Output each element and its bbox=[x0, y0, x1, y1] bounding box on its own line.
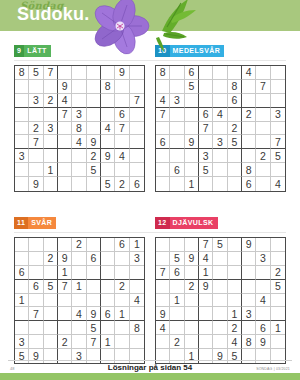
sudoku-cell[interactable] bbox=[271, 66, 285, 80]
sudoku-cell[interactable]: 8 bbox=[156, 66, 170, 80]
sudoku-cell[interactable] bbox=[213, 80, 227, 94]
sudoku-cell[interactable] bbox=[213, 321, 227, 335]
sudoku-cell[interactable] bbox=[156, 335, 170, 349]
sudoku-cell[interactable] bbox=[101, 294, 115, 308]
sudoku-cell[interactable] bbox=[29, 238, 43, 252]
sudoku-cell[interactable]: 1 bbox=[15, 294, 29, 308]
sudoku-cell[interactable]: 9 bbox=[101, 149, 115, 163]
sudoku-cell[interactable]: 9 bbox=[87, 135, 101, 149]
sudoku-cell[interactable]: 4 bbox=[213, 108, 227, 122]
sudoku-cell[interactable]: 1 bbox=[101, 335, 115, 349]
sudoku-cell[interactable] bbox=[228, 280, 242, 294]
sudoku-cell[interactable] bbox=[15, 321, 29, 335]
sudoku-cell[interactable]: 3 bbox=[130, 252, 144, 266]
sudoku-cell[interactable]: 2 bbox=[29, 122, 43, 136]
sudoku-cell[interactable]: 9 bbox=[87, 307, 101, 321]
sudoku-cell[interactable] bbox=[29, 266, 43, 280]
sudoku-cell[interactable]: 1 bbox=[228, 307, 242, 321]
sudoku-cell[interactable] bbox=[101, 163, 115, 177]
sudoku-cell[interactable] bbox=[156, 149, 170, 163]
sudoku-cell[interactable] bbox=[115, 335, 129, 349]
sudoku-cell[interactable] bbox=[242, 266, 256, 280]
sudoku-cell[interactable] bbox=[115, 294, 129, 308]
sudoku-cell[interactable] bbox=[15, 163, 29, 177]
sudoku-cell[interactable] bbox=[185, 238, 199, 252]
sudoku-cell[interactable]: 7 bbox=[271, 135, 285, 149]
sudoku-cell[interactable]: 1 bbox=[72, 280, 86, 294]
sudoku-cell[interactable] bbox=[228, 177, 242, 191]
sudoku-cell[interactable] bbox=[228, 163, 242, 177]
sudoku-cell[interactable]: 1 bbox=[130, 238, 144, 252]
sudoku-cell[interactable]: 5 bbox=[271, 280, 285, 294]
sudoku-cell[interactable] bbox=[228, 149, 242, 163]
sudoku-cell[interactable] bbox=[72, 149, 86, 163]
sudoku-cell[interactable]: 2 bbox=[115, 280, 129, 294]
sudoku-cell[interactable] bbox=[156, 80, 170, 94]
sudoku-cell[interactable]: 6 bbox=[29, 280, 43, 294]
sudoku-cell[interactable]: 7 bbox=[29, 135, 43, 149]
sudoku-cell[interactable]: 1 bbox=[170, 294, 184, 308]
sudoku-cell[interactable]: 3 bbox=[271, 108, 285, 122]
sudoku-cell[interactable] bbox=[58, 238, 72, 252]
sudoku-cell[interactable]: 2 bbox=[72, 238, 86, 252]
sudoku-cell[interactable]: 6 bbox=[228, 94, 242, 108]
sudoku-cell[interactable]: 7 bbox=[58, 108, 72, 122]
sudoku-cell[interactable] bbox=[115, 321, 129, 335]
sudoku-cell[interactable]: 7 bbox=[87, 335, 101, 349]
sudoku-cell[interactable]: 4 bbox=[242, 66, 256, 80]
sudoku-cell[interactable]: 8 bbox=[242, 335, 256, 349]
sudoku-cell[interactable]: 8 bbox=[242, 163, 256, 177]
sudoku-cell[interactable] bbox=[185, 294, 199, 308]
sudoku-cell[interactable]: 6 bbox=[170, 266, 184, 280]
sudoku-cell[interactable] bbox=[213, 335, 227, 349]
sudoku-cell[interactable] bbox=[87, 294, 101, 308]
sudoku-cell[interactable] bbox=[58, 66, 72, 80]
sudoku-cell[interactable]: 4 bbox=[156, 321, 170, 335]
sudoku-cell[interactable] bbox=[185, 321, 199, 335]
sudoku-cell[interactable] bbox=[271, 122, 285, 136]
sudoku-cell[interactable] bbox=[256, 122, 270, 136]
sudoku-cell[interactable]: 7 bbox=[199, 238, 213, 252]
sudoku-cell[interactable]: 5 bbox=[271, 149, 285, 163]
sudoku-cell[interactable]: 4 bbox=[72, 307, 86, 321]
sudoku-cell[interactable] bbox=[58, 135, 72, 149]
sudoku-cell[interactable]: 6 bbox=[185, 66, 199, 80]
sudoku-cell[interactable] bbox=[72, 163, 86, 177]
sudoku-cell[interactable] bbox=[58, 149, 72, 163]
sudoku-cell[interactable] bbox=[115, 94, 129, 108]
sudoku-cell[interactable] bbox=[256, 163, 270, 177]
sudoku-cell[interactable] bbox=[29, 80, 43, 94]
sudoku-cell[interactable] bbox=[29, 335, 43, 349]
sudoku-cell[interactable] bbox=[72, 66, 86, 80]
sudoku-cell[interactable]: 6 bbox=[101, 307, 115, 321]
sudoku-cell[interactable]: 4 bbox=[228, 335, 242, 349]
sudoku-cell[interactable]: 6 bbox=[170, 163, 184, 177]
sudoku-cell[interactable] bbox=[170, 321, 184, 335]
sudoku-cell[interactable]: 8 bbox=[130, 321, 144, 335]
sudoku-cell[interactable] bbox=[170, 149, 184, 163]
sudoku-cell[interactable] bbox=[271, 294, 285, 308]
sudoku-cell[interactable] bbox=[256, 266, 270, 280]
sudoku-cell[interactable] bbox=[15, 135, 29, 149]
sudoku-cell[interactable] bbox=[130, 149, 144, 163]
sudoku-cell[interactable] bbox=[44, 108, 58, 122]
sudoku-cell[interactable]: 6 bbox=[115, 108, 129, 122]
sudoku-cell[interactable]: 9 bbox=[185, 135, 199, 149]
sudoku-cell[interactable] bbox=[44, 335, 58, 349]
sudoku-cell[interactable] bbox=[156, 163, 170, 177]
sudoku-cell[interactable] bbox=[213, 94, 227, 108]
sudoku-cell[interactable]: 7 bbox=[156, 108, 170, 122]
sudoku-cell[interactable]: 3 bbox=[72, 108, 86, 122]
sudoku-cell[interactable] bbox=[15, 177, 29, 191]
sudoku-cell[interactable] bbox=[44, 321, 58, 335]
sudoku-cell[interactable]: 3 bbox=[199, 149, 213, 163]
sudoku-cell[interactable]: 1 bbox=[271, 321, 285, 335]
sudoku-cell[interactable]: 2 bbox=[58, 335, 72, 349]
sudoku-cell[interactable] bbox=[256, 177, 270, 191]
sudoku-cell[interactable] bbox=[58, 321, 72, 335]
sudoku-cell[interactable]: 5 bbox=[29, 66, 43, 80]
sudoku-cell[interactable] bbox=[15, 252, 29, 266]
sudoku-cell[interactable] bbox=[58, 294, 72, 308]
sudoku-cell[interactable]: 1 bbox=[44, 163, 58, 177]
sudoku-cell[interactable] bbox=[87, 80, 101, 94]
sudoku-cell[interactable]: 6 bbox=[199, 108, 213, 122]
sudoku-cell[interactable]: 4 bbox=[199, 252, 213, 266]
sudoku-cell[interactable] bbox=[29, 108, 43, 122]
sudoku-cell[interactable] bbox=[29, 252, 43, 266]
sudoku-cell[interactable] bbox=[256, 307, 270, 321]
sudoku-cell[interactable] bbox=[271, 80, 285, 94]
sudoku-cell[interactable] bbox=[156, 280, 170, 294]
sudoku-cell[interactable] bbox=[213, 307, 227, 321]
sudoku-cell[interactable] bbox=[213, 66, 227, 80]
sudoku-cell[interactable] bbox=[101, 252, 115, 266]
sudoku-cell[interactable] bbox=[72, 177, 86, 191]
sudoku-cell[interactable] bbox=[101, 321, 115, 335]
sudoku-cell[interactable] bbox=[213, 280, 227, 294]
sudoku-cell[interactable] bbox=[271, 307, 285, 321]
sudoku-cell[interactable]: 6 bbox=[130, 177, 144, 191]
sudoku-cell[interactable] bbox=[242, 280, 256, 294]
sudoku-cell[interactable] bbox=[185, 307, 199, 321]
sudoku-cell[interactable] bbox=[170, 177, 184, 191]
sudoku-cell[interactable] bbox=[271, 94, 285, 108]
sudoku-cell[interactable] bbox=[185, 108, 199, 122]
sudoku-cell[interactable] bbox=[242, 94, 256, 108]
sudoku-cell[interactable]: 7 bbox=[130, 94, 144, 108]
sudoku-cell[interactable] bbox=[87, 280, 101, 294]
sudoku-cell[interactable] bbox=[170, 238, 184, 252]
sudoku-cell[interactable] bbox=[130, 122, 144, 136]
sudoku-cell[interactable] bbox=[15, 94, 29, 108]
sudoku-cell[interactable] bbox=[72, 94, 86, 108]
sudoku-cell[interactable] bbox=[130, 135, 144, 149]
sudoku-cell[interactable]: 4 bbox=[271, 177, 285, 191]
sudoku-cell[interactable] bbox=[213, 294, 227, 308]
sudoku-cell[interactable] bbox=[228, 294, 242, 308]
sudoku-cell[interactable] bbox=[185, 94, 199, 108]
sudoku-cell[interactable] bbox=[130, 307, 144, 321]
sudoku-cell[interactable] bbox=[256, 280, 270, 294]
sudoku-cell[interactable]: 1 bbox=[199, 266, 213, 280]
sudoku-cell[interactable] bbox=[185, 163, 199, 177]
sudoku-cell[interactable]: 6 bbox=[15, 266, 29, 280]
sudoku-cell[interactable]: 4 bbox=[101, 122, 115, 136]
sudoku-cell[interactable] bbox=[256, 94, 270, 108]
sudoku-cell[interactable]: 3 bbox=[15, 335, 29, 349]
sudoku-cell[interactable] bbox=[242, 149, 256, 163]
sudoku-cell[interactable]: 2 bbox=[256, 149, 270, 163]
sudoku-cell[interactable] bbox=[130, 335, 144, 349]
sudoku-cell[interactable] bbox=[242, 135, 256, 149]
sudoku-cell[interactable]: 6 bbox=[115, 238, 129, 252]
sudoku-cell[interactable] bbox=[170, 122, 184, 136]
sudoku-cell[interactable] bbox=[87, 108, 101, 122]
sudoku-cell[interactable]: 9 bbox=[29, 177, 43, 191]
sudoku-cell[interactable]: 7 bbox=[29, 307, 43, 321]
sudoku-cell[interactable] bbox=[15, 238, 29, 252]
sudoku-cell[interactable] bbox=[101, 266, 115, 280]
sudoku-cell[interactable] bbox=[185, 335, 199, 349]
sudoku-cell[interactable] bbox=[271, 252, 285, 266]
sudoku-cell[interactable]: 5 bbox=[87, 321, 101, 335]
sudoku-cell[interactable] bbox=[156, 122, 170, 136]
sudoku-cell[interactable] bbox=[199, 307, 213, 321]
sudoku-cell[interactable]: 4 bbox=[115, 149, 129, 163]
sudoku-cell[interactable]: 2 bbox=[228, 321, 242, 335]
sudoku-cell[interactable] bbox=[87, 266, 101, 280]
sudoku-cell[interactable] bbox=[170, 66, 184, 80]
sudoku-cell[interactable] bbox=[156, 177, 170, 191]
sudoku-cell[interactable] bbox=[170, 108, 184, 122]
sudoku-cell[interactable] bbox=[256, 66, 270, 80]
sudoku-cell[interactable] bbox=[58, 177, 72, 191]
sudoku-cell[interactable] bbox=[44, 266, 58, 280]
sudoku-cell[interactable] bbox=[213, 177, 227, 191]
sudoku-cell[interactable]: 7 bbox=[44, 66, 58, 80]
sudoku-cell[interactable] bbox=[185, 122, 199, 136]
sudoku-cell[interactable]: 6 bbox=[87, 252, 101, 266]
sudoku-cell[interactable]: 6 bbox=[156, 135, 170, 149]
sudoku-cell[interactable] bbox=[101, 238, 115, 252]
sudoku-cell[interactable]: 3 bbox=[256, 252, 270, 266]
sudoku-cell[interactable]: 8 bbox=[101, 80, 115, 94]
sudoku-cell[interactable]: 2 bbox=[242, 108, 256, 122]
sudoku-cell[interactable] bbox=[44, 238, 58, 252]
sudoku-cell[interactable] bbox=[242, 294, 256, 308]
sudoku-cell[interactable] bbox=[130, 66, 144, 80]
sudoku-cell[interactable] bbox=[29, 163, 43, 177]
sudoku-cell[interactable] bbox=[115, 80, 129, 94]
sudoku-cell[interactable] bbox=[15, 108, 29, 122]
sudoku-cell[interactable] bbox=[185, 149, 199, 163]
sudoku-cell[interactable]: 9 bbox=[242, 238, 256, 252]
sudoku-cell[interactable] bbox=[228, 66, 242, 80]
sudoku-cell[interactable]: 5 bbox=[213, 238, 227, 252]
sudoku-cell[interactable] bbox=[44, 177, 58, 191]
sudoku-cell[interactable]: 2 bbox=[185, 280, 199, 294]
sudoku-cell[interactable] bbox=[87, 94, 101, 108]
sudoku-cell[interactable]: 1 bbox=[58, 266, 72, 280]
sudoku-cell[interactable] bbox=[72, 321, 86, 335]
sudoku-cell[interactable] bbox=[15, 280, 29, 294]
sudoku-cell[interactable] bbox=[87, 177, 101, 191]
sudoku-cell[interactable] bbox=[44, 307, 58, 321]
sudoku-cell[interactable]: 5 bbox=[185, 80, 199, 94]
sudoku-cell[interactable]: 7 bbox=[199, 122, 213, 136]
sudoku-cell[interactable]: 9 bbox=[58, 252, 72, 266]
sudoku-cell[interactable]: 8 bbox=[72, 122, 86, 136]
sudoku-cell[interactable] bbox=[15, 122, 29, 136]
sudoku-cell[interactable] bbox=[199, 80, 213, 94]
sudoku-cell[interactable] bbox=[213, 122, 227, 136]
sudoku-cell[interactable] bbox=[213, 149, 227, 163]
sudoku-cell[interactable] bbox=[170, 80, 184, 94]
sudoku-cell[interactable]: 5 bbox=[170, 252, 184, 266]
sudoku-cell[interactable]: 3 bbox=[213, 135, 227, 149]
sudoku-cell[interactable]: 9 bbox=[115, 66, 129, 80]
sudoku-cell[interactable]: 5 bbox=[87, 163, 101, 177]
sudoku-cell[interactable] bbox=[58, 307, 72, 321]
sudoku-cell[interactable] bbox=[185, 266, 199, 280]
sudoku-cell[interactable] bbox=[271, 335, 285, 349]
sudoku-cell[interactable] bbox=[156, 294, 170, 308]
sudoku-cell[interactable]: 2 bbox=[170, 335, 184, 349]
sudoku-cell[interactable] bbox=[199, 321, 213, 335]
sudoku-cell[interactable] bbox=[213, 163, 227, 177]
sudoku-cell[interactable] bbox=[72, 294, 86, 308]
sudoku-cell[interactable]: 9 bbox=[256, 335, 270, 349]
sudoku-cell[interactable]: 2 bbox=[271, 266, 285, 280]
sudoku-cell[interactable] bbox=[156, 238, 170, 252]
sudoku-cell[interactable] bbox=[29, 294, 43, 308]
sudoku-cell[interactable]: 5 bbox=[228, 135, 242, 149]
sudoku-cell[interactable] bbox=[242, 80, 256, 94]
sudoku-cell[interactable]: 9 bbox=[156, 307, 170, 321]
sudoku-cell[interactable] bbox=[115, 252, 129, 266]
sudoku-cell[interactable] bbox=[199, 294, 213, 308]
sudoku-cell[interactable] bbox=[199, 94, 213, 108]
sudoku-cell[interactable] bbox=[101, 66, 115, 80]
sudoku-cell[interactable] bbox=[115, 135, 129, 149]
sudoku-cell[interactable] bbox=[242, 321, 256, 335]
sudoku-cell[interactable]: 7 bbox=[256, 80, 270, 94]
sudoku-cell[interactable] bbox=[228, 108, 242, 122]
sudoku-cell[interactable] bbox=[199, 135, 213, 149]
sudoku-cell[interactable] bbox=[87, 66, 101, 80]
sudoku-cell[interactable] bbox=[72, 335, 86, 349]
sudoku-cell[interactable]: 4 bbox=[256, 294, 270, 308]
sudoku-cell[interactable] bbox=[242, 252, 256, 266]
sudoku-cell[interactable]: 2 bbox=[228, 122, 242, 136]
sudoku-cell[interactable] bbox=[213, 266, 227, 280]
sudoku-cell[interactable] bbox=[130, 266, 144, 280]
sudoku-cell[interactable]: 8 bbox=[15, 66, 29, 80]
sudoku-cell[interactable]: 3 bbox=[170, 94, 184, 108]
sudoku-cell[interactable] bbox=[213, 252, 227, 266]
sudoku-cell[interactable]: 6 bbox=[256, 321, 270, 335]
sudoku-cell[interactable] bbox=[58, 122, 72, 136]
sudoku-cell[interactable]: 7 bbox=[58, 280, 72, 294]
sudoku-cell[interactable]: 9 bbox=[185, 252, 199, 266]
sudoku-cell[interactable]: 2 bbox=[44, 252, 58, 266]
sudoku-cell[interactable]: 1 bbox=[115, 307, 129, 321]
sudoku-cell[interactable]: 7 bbox=[115, 122, 129, 136]
sudoku-cell[interactable]: 7 bbox=[156, 266, 170, 280]
sudoku-cell[interactable]: 3 bbox=[242, 307, 256, 321]
sudoku-cell[interactable] bbox=[44, 294, 58, 308]
sudoku-cell[interactable] bbox=[170, 280, 184, 294]
sudoku-cell[interactable] bbox=[101, 94, 115, 108]
sudoku-cell[interactable] bbox=[130, 80, 144, 94]
sudoku-cell[interactable] bbox=[199, 335, 213, 349]
sudoku-cell[interactable]: 8 bbox=[228, 80, 242, 94]
sudoku-cell[interactable]: 5 bbox=[199, 163, 213, 177]
sudoku-cell[interactable] bbox=[15, 307, 29, 321]
sudoku-cell[interactable] bbox=[271, 163, 285, 177]
sudoku-cell[interactable] bbox=[72, 252, 86, 266]
sudoku-cell[interactable] bbox=[199, 66, 213, 80]
sudoku-cell[interactable] bbox=[242, 122, 256, 136]
sudoku-cell[interactable]: 9 bbox=[58, 80, 72, 94]
sudoku-cell[interactable] bbox=[130, 108, 144, 122]
sudoku-cell[interactable] bbox=[44, 149, 58, 163]
sudoku-cell[interactable]: 4 bbox=[58, 94, 72, 108]
sudoku-cell[interactable] bbox=[101, 135, 115, 149]
sudoku-cell[interactable] bbox=[87, 122, 101, 136]
sudoku-cell[interactable]: 4 bbox=[156, 94, 170, 108]
sudoku-cell[interactable] bbox=[87, 238, 101, 252]
sudoku-cell[interactable] bbox=[170, 307, 184, 321]
sudoku-cell[interactable] bbox=[199, 177, 213, 191]
sudoku-cell[interactable]: 1 bbox=[185, 177, 199, 191]
sudoku-cell[interactable] bbox=[72, 80, 86, 94]
sudoku-cell[interactable] bbox=[72, 266, 86, 280]
sudoku-cell[interactable] bbox=[130, 280, 144, 294]
sudoku-cell[interactable] bbox=[101, 108, 115, 122]
sudoku-cell[interactable]: 3 bbox=[15, 149, 29, 163]
sudoku-cell[interactable]: 5 bbox=[44, 280, 58, 294]
sudoku-cell[interactable] bbox=[115, 163, 129, 177]
sudoku-cell[interactable] bbox=[58, 163, 72, 177]
sudoku-cell[interactable] bbox=[15, 80, 29, 94]
sudoku-cell[interactable] bbox=[170, 135, 184, 149]
sudoku-cell[interactable] bbox=[130, 163, 144, 177]
sudoku-cell[interactable] bbox=[228, 252, 242, 266]
sudoku-cell[interactable]: 2 bbox=[87, 149, 101, 163]
sudoku-cell[interactable]: 4 bbox=[72, 135, 86, 149]
sudoku-cell[interactable] bbox=[29, 149, 43, 163]
sudoku-cell[interactable] bbox=[156, 252, 170, 266]
sudoku-cell[interactable] bbox=[256, 135, 270, 149]
sudoku-cell[interactable] bbox=[101, 280, 115, 294]
sudoku-cell[interactable] bbox=[44, 80, 58, 94]
sudoku-cell[interactable]: 9 bbox=[199, 280, 213, 294]
sudoku-cell[interactable]: 3 bbox=[29, 94, 43, 108]
sudoku-cell[interactable] bbox=[256, 108, 270, 122]
sudoku-cell[interactable]: 2 bbox=[44, 94, 58, 108]
sudoku-cell[interactable]: 5 bbox=[101, 177, 115, 191]
sudoku-cell[interactable]: 3 bbox=[44, 122, 58, 136]
sudoku-cell[interactable] bbox=[228, 238, 242, 252]
sudoku-cell[interactable]: 4 bbox=[130, 294, 144, 308]
sudoku-cell[interactable] bbox=[44, 135, 58, 149]
sudoku-cell[interactable] bbox=[115, 266, 129, 280]
